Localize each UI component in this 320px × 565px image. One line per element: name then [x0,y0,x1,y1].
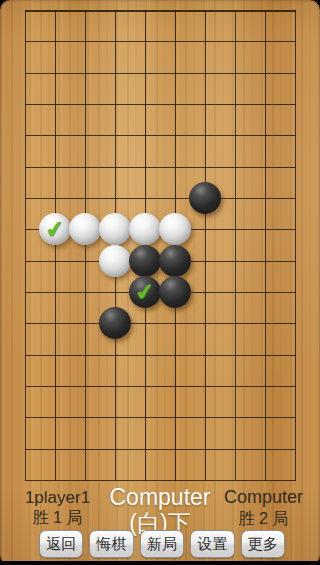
player-left-score: 胜 1 局 [5,508,110,528]
black-stone [129,245,161,277]
grid-line-h [25,323,296,324]
grid-line-h [25,449,296,450]
grid-line-v [235,10,236,481]
player-right-score: 胜 2 局 [212,508,315,529]
white-stone [99,245,131,277]
phone-screen: ✔✔ 1player1 胜 1 局 Computer (白)下 Computer… [0,0,320,565]
grid-line-v [85,10,86,481]
white-stone: ✔ [39,213,71,245]
grid-line-h [25,10,296,12]
white-stone [159,213,191,245]
turn-player-name: Computer [105,484,215,510]
grid-line-h [25,198,296,199]
settings-button[interactable]: 设置 [190,530,234,558]
white-stone [99,213,131,245]
grid-line-v [25,10,26,481]
toolbar: 返回 悔棋 新局 设置 更多 [39,530,285,558]
new-game-button[interactable]: 新局 [140,530,184,558]
back-button[interactable]: 返回 [39,530,83,558]
undo-button[interactable]: 悔棋 [89,530,133,558]
grid-line-h [25,135,296,136]
turn-indicator: Computer (白)下 [105,484,215,536]
last-move-check-icon: ✔ [37,211,73,247]
grid-line-v [295,10,296,481]
grid-line-v [55,10,56,481]
player-left-name: 1player1 [5,488,110,508]
grid-line-h [25,104,296,105]
player-left-info: 1player1 胜 1 局 [5,488,110,528]
grid-line-v [265,10,266,481]
black-stone [159,276,191,308]
black-stone [99,307,131,339]
grid-line-h [25,480,296,481]
grid-line-h [25,386,296,387]
grid-line-h [25,41,296,42]
player-right-name: Computer [212,487,315,508]
grid-line-v [205,10,206,481]
more-button[interactable]: 更多 [241,530,285,558]
white-stone [69,213,101,245]
grid-line-h [25,167,296,168]
grid-line-h [25,73,296,74]
last-move-check-icon: ✔ [127,274,163,310]
black-stone: ✔ [129,276,161,308]
player-right-info: Computer 胜 2 局 [212,487,315,529]
grid-line-h [25,355,296,356]
black-stone [159,245,191,277]
black-stone [189,182,221,214]
white-stone [129,213,161,245]
grid-line-h [25,417,296,418]
screen-bottom-edge [0,561,320,565]
goban[interactable]: ✔✔ [0,0,320,500]
